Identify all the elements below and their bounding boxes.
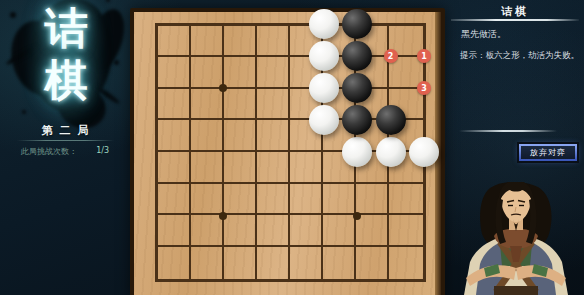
puzzle-info-panel: 诘 棋 第二局 此局挑战次数： 1/3 [0, 0, 130, 295]
board-cell[interactable] [356, 247, 389, 279]
white-stone [309, 73, 339, 103]
board-cell[interactable] [257, 26, 290, 58]
board-cell[interactable] [191, 152, 224, 184]
challenge-value: 1/3 [96, 146, 113, 157]
board-cell[interactable] [158, 215, 191, 247]
board-cell[interactable] [257, 184, 290, 216]
board-cell[interactable] [257, 120, 290, 152]
black-stone [342, 9, 372, 39]
board-cell[interactable] [191, 120, 224, 152]
move-hint-marker[interactable]: 2 [384, 49, 398, 63]
board-cell[interactable] [191, 26, 224, 58]
black-stone [342, 41, 372, 71]
white-stone [309, 9, 339, 39]
challenge-counter: 此局挑战次数： 1/3 [21, 146, 113, 157]
left-divider [17, 140, 114, 141]
board-cell[interactable] [224, 152, 257, 184]
star-point [219, 212, 227, 220]
board-cell[interactable] [224, 89, 257, 121]
board-cell[interactable] [257, 215, 290, 247]
board-cell[interactable] [257, 89, 290, 121]
board-cell[interactable] [323, 184, 356, 216]
white-stone [409, 137, 439, 167]
board-cell[interactable] [158, 247, 191, 279]
board-cell[interactable] [224, 184, 257, 216]
board-cell[interactable] [389, 184, 422, 216]
white-stone [309, 105, 339, 135]
board-cell[interactable] [356, 184, 389, 216]
board-cell[interactable] [158, 89, 191, 121]
star-point [353, 212, 361, 220]
title-char-2: 棋 [40, 54, 92, 106]
title-char-1: 诘 [40, 2, 92, 54]
board-cell[interactable] [191, 89, 224, 121]
board-cell[interactable] [191, 57, 224, 89]
board-cell[interactable] [224, 26, 257, 58]
board-cell[interactable] [158, 57, 191, 89]
board-cell[interactable] [158, 120, 191, 152]
board-cell[interactable] [224, 247, 257, 279]
board-cell[interactable] [290, 152, 323, 184]
board-cell[interactable] [191, 247, 224, 279]
board-cell[interactable] [257, 247, 290, 279]
board-cell[interactable] [191, 215, 224, 247]
board-cell[interactable] [158, 184, 191, 216]
board-cell[interactable] [158, 152, 191, 184]
board-cell[interactable] [356, 215, 389, 247]
black-stone [342, 73, 372, 103]
board-cell[interactable] [191, 184, 224, 216]
hint-text: 提示：板六之形，劫活为失败。 [460, 50, 579, 62]
board-cell[interactable] [389, 215, 422, 247]
board-cell[interactable] [323, 215, 356, 247]
white-stone [342, 137, 372, 167]
give-up-button[interactable]: 放弃对弈 [519, 144, 577, 161]
board-cell[interactable] [257, 152, 290, 184]
white-stone [309, 41, 339, 71]
go-board[interactable]: 123 [130, 8, 445, 295]
character-portrait [450, 182, 582, 295]
black-stone [342, 105, 372, 135]
board-cell[interactable] [257, 57, 290, 89]
board-cell[interactable] [389, 247, 422, 279]
board-cell[interactable] [158, 26, 191, 58]
objective-text: 黑先做活。 [461, 28, 506, 41]
move-hint-marker[interactable]: 1 [417, 49, 431, 63]
board-cell[interactable] [290, 247, 323, 279]
title-underline [451, 19, 579, 21]
puzzle-detail-panel: 诘棋 黑先做活。 提示：板六之形，劫活为失败。 放弃对弈 [445, 0, 584, 295]
panel-title: 诘棋 [452, 4, 578, 19]
white-stone [376, 137, 406, 167]
black-stone [376, 105, 406, 135]
board-cell[interactable] [224, 215, 257, 247]
board-cell[interactable] [290, 184, 323, 216]
board-cell[interactable] [224, 57, 257, 89]
round-label: 第二局 [0, 123, 130, 138]
game-screen: { "game": "go", "position": { "board_siz… [0, 0, 584, 295]
board-cell[interactable] [323, 247, 356, 279]
board-cell[interactable] [224, 120, 257, 152]
puzzle-mode-title: 诘 棋 [40, 2, 92, 106]
challenge-label: 此局挑战次数： [21, 146, 77, 157]
star-point [219, 84, 227, 92]
right-divider [459, 130, 557, 132]
move-hint-marker[interactable]: 3 [417, 81, 431, 95]
board-cell[interactable] [290, 215, 323, 247]
